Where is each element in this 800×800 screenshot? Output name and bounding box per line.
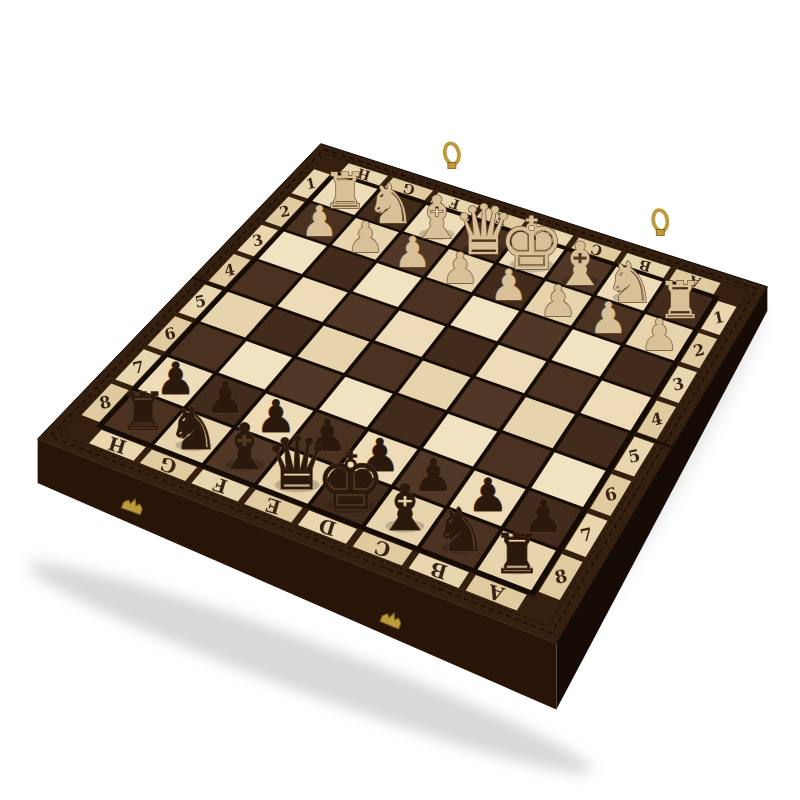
brass-ring-mount [656, 229, 664, 235]
brass-ring-icon [652, 209, 669, 232]
chessboard: HHGGFFEEDDCCBBAA1122334455667788♜♞♟♝♟♛♟♚… [0, 0, 800, 800]
piece-white-pawn-h2[interactable]: ♟ [301, 197, 339, 246]
piece-white-pawn-g2[interactable]: ♟ [347, 213, 385, 262]
piece-white-pawn-a2[interactable]: ♟ [640, 310, 679, 360]
piece-white-pawn-e2[interactable]: ♟ [441, 243, 479, 293]
piece-black-rook-h8[interactable]: ♜ [119, 381, 166, 442]
piece-black-rook-a8[interactable]: ♜ [492, 522, 541, 586]
chess-box-photo: HHGGFFEEDDCCBBAA1122334455667788♜♞♟♝♟♛♟♚… [0, 0, 800, 800]
piece-black-knight-b8[interactable]: ♞ [433, 495, 487, 565]
brass-ring-icon [443, 142, 461, 165]
piece-white-pawn-f2[interactable]: ♟ [393, 228, 431, 277]
piece-black-knight-g8[interactable]: ♞ [167, 394, 220, 463]
piece-white-pawn-c2[interactable]: ♟ [539, 276, 578, 326]
piece-white-pawn-b2[interactable]: ♟ [589, 293, 628, 343]
piece-white-pawn-d2[interactable]: ♟ [490, 260, 528, 310]
brass-ring-mount [448, 163, 456, 169]
piece-black-bishop-c8[interactable]: ♝ [376, 470, 434, 545]
